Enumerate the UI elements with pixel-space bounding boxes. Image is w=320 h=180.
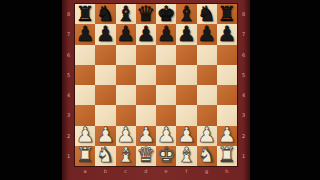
square-d4[interactable] [136, 85, 156, 105]
square-e3[interactable] [156, 105, 176, 125]
file-label-c: c [116, 166, 136, 180]
rank-labels-right: 87654321 [237, 4, 250, 166]
piece-white-bishop[interactable]: ♝ [116, 146, 135, 166]
square-f7[interactable]: ♟ [176, 24, 196, 44]
rank-label-6: 6 [237, 45, 250, 65]
square-f4[interactable] [176, 85, 196, 105]
square-b2[interactable]: ♟ [95, 126, 115, 146]
board-grid: ♜♞♝♛♚♝♞♜♟♟♟♟♟♟♟♟♟♟♟♟♟♟♟♟♜♞♝♛♚♝♞♜ [75, 4, 237, 166]
square-h2[interactable]: ♟ [217, 126, 237, 146]
piece-white-knight[interactable]: ♞ [197, 146, 216, 166]
rank-label-7: 7 [62, 24, 75, 44]
rank-label-7: 7 [237, 24, 250, 44]
square-h5[interactable] [217, 65, 237, 85]
piece-black-pawn[interactable]: ♟ [177, 24, 196, 44]
square-c2[interactable]: ♟ [116, 126, 136, 146]
piece-white-pawn[interactable]: ♟ [136, 126, 155, 146]
piece-black-queen[interactable]: ♛ [136, 4, 155, 24]
square-b4[interactable] [95, 85, 115, 105]
file-labels-bottom: abcdefgh [75, 166, 237, 180]
square-c5[interactable] [116, 65, 136, 85]
file-label-b: b [95, 166, 115, 180]
square-d5[interactable] [136, 65, 156, 85]
rank-label-8: 8 [237, 4, 250, 24]
rank-label-8: 8 [62, 4, 75, 24]
piece-black-pawn[interactable]: ♟ [217, 24, 236, 44]
piece-black-bishop[interactable]: ♝ [177, 4, 196, 24]
piece-white-king[interactable]: ♚ [157, 146, 176, 166]
square-d1[interactable]: ♛ [136, 146, 156, 166]
square-g4[interactable] [197, 85, 217, 105]
rank-label-6: 6 [62, 45, 75, 65]
piece-black-pawn[interactable]: ♟ [157, 24, 176, 44]
square-c1[interactable]: ♝ [116, 146, 136, 166]
piece-black-pawn[interactable]: ♟ [197, 24, 216, 44]
piece-black-knight[interactable]: ♞ [96, 4, 115, 24]
file-label-e: e [156, 166, 176, 180]
square-g8[interactable]: ♞ [197, 4, 217, 24]
square-a4[interactable] [75, 85, 95, 105]
rank-label-3: 3 [62, 105, 75, 125]
piece-black-pawn[interactable]: ♟ [116, 24, 135, 44]
square-e8[interactable]: ♚ [156, 4, 176, 24]
piece-black-knight[interactable]: ♞ [197, 4, 216, 24]
square-g3[interactable] [197, 105, 217, 125]
square-c7[interactable]: ♟ [116, 24, 136, 44]
square-d8[interactable]: ♛ [136, 4, 156, 24]
piece-white-pawn[interactable]: ♟ [177, 126, 196, 146]
piece-black-bishop[interactable]: ♝ [116, 4, 135, 24]
piece-black-pawn[interactable]: ♟ [96, 24, 115, 44]
square-h1[interactable]: ♜ [217, 146, 237, 166]
chess-board: 87654321 87654321 ♜♞♝♛♚♝♞♜♟♟♟♟♟♟♟♟♟♟♟♟♟♟… [62, 0, 250, 180]
square-g2[interactable]: ♟ [197, 126, 217, 146]
square-h3[interactable] [217, 105, 237, 125]
square-a5[interactable] [75, 65, 95, 85]
square-d6[interactable] [136, 45, 156, 65]
square-d2[interactable]: ♟ [136, 126, 156, 146]
file-label-g: g [197, 166, 217, 180]
square-b8[interactable]: ♞ [95, 4, 115, 24]
piece-white-queen[interactable]: ♛ [136, 146, 155, 166]
rank-label-4: 4 [62, 85, 75, 105]
piece-black-rook[interactable]: ♜ [76, 4, 95, 24]
piece-white-pawn[interactable]: ♟ [157, 126, 176, 146]
square-e5[interactable] [156, 65, 176, 85]
rank-label-1: 1 [62, 146, 75, 166]
piece-white-bishop[interactable]: ♝ [177, 146, 196, 166]
square-e4[interactable] [156, 85, 176, 105]
piece-black-pawn[interactable]: ♟ [76, 24, 95, 44]
square-h6[interactable] [217, 45, 237, 65]
square-b5[interactable] [95, 65, 115, 85]
square-g1[interactable]: ♞ [197, 146, 217, 166]
piece-white-rook[interactable]: ♜ [76, 146, 95, 166]
square-e6[interactable] [156, 45, 176, 65]
square-b7[interactable]: ♟ [95, 24, 115, 44]
square-b6[interactable] [95, 45, 115, 65]
piece-black-pawn[interactable]: ♟ [136, 24, 155, 44]
square-f2[interactable]: ♟ [176, 126, 196, 146]
rank-label-4: 4 [237, 85, 250, 105]
square-f5[interactable] [176, 65, 196, 85]
square-a1[interactable]: ♜ [75, 146, 95, 166]
square-g6[interactable] [197, 45, 217, 65]
square-a6[interactable] [75, 45, 95, 65]
piece-white-pawn[interactable]: ♟ [116, 126, 135, 146]
rank-label-5: 5 [237, 65, 250, 85]
file-label-f: f [176, 166, 196, 180]
square-f6[interactable] [176, 45, 196, 65]
square-h4[interactable] [217, 85, 237, 105]
rank-label-1: 1 [237, 146, 250, 166]
square-f3[interactable] [176, 105, 196, 125]
square-e2[interactable]: ♟ [156, 126, 176, 146]
square-d7[interactable]: ♟ [136, 24, 156, 44]
square-a8[interactable]: ♜ [75, 4, 95, 24]
rank-label-3: 3 [237, 105, 250, 125]
file-label-d: d [136, 166, 156, 180]
square-h7[interactable]: ♟ [217, 24, 237, 44]
piece-white-rook[interactable]: ♜ [217, 146, 236, 166]
square-a2[interactable]: ♟ [75, 126, 95, 146]
square-e7[interactable]: ♟ [156, 24, 176, 44]
rank-labels-left: 87654321 [62, 4, 75, 166]
rank-label-5: 5 [62, 65, 75, 85]
square-g7[interactable]: ♟ [197, 24, 217, 44]
square-a3[interactable] [75, 105, 95, 125]
square-b3[interactable] [95, 105, 115, 125]
square-c8[interactable]: ♝ [116, 4, 136, 24]
piece-white-pawn[interactable]: ♟ [76, 126, 95, 146]
rank-label-2: 2 [237, 126, 250, 146]
square-g5[interactable] [197, 65, 217, 85]
square-c3[interactable] [116, 105, 136, 125]
piece-white-knight[interactable]: ♞ [96, 146, 115, 166]
piece-white-pawn[interactable]: ♟ [197, 126, 216, 146]
square-e1[interactable]: ♚ [156, 146, 176, 166]
piece-white-pawn[interactable]: ♟ [96, 126, 115, 146]
square-h8[interactable]: ♜ [217, 4, 237, 24]
square-b1[interactable]: ♞ [95, 146, 115, 166]
square-a7[interactable]: ♟ [75, 24, 95, 44]
piece-black-king[interactable]: ♚ [157, 4, 176, 24]
file-label-h: h [217, 166, 237, 180]
square-f1[interactable]: ♝ [176, 146, 196, 166]
piece-black-rook[interactable]: ♜ [217, 4, 236, 24]
file-label-a: a [75, 166, 95, 180]
square-d3[interactable] [136, 105, 156, 125]
letterboxed-video-frame: 87654321 87654321 ♜♞♝♛♚♝♞♜♟♟♟♟♟♟♟♟♟♟♟♟♟♟… [0, 0, 320, 180]
square-c6[interactable] [116, 45, 136, 65]
square-f8[interactable]: ♝ [176, 4, 196, 24]
piece-white-pawn[interactable]: ♟ [217, 126, 236, 146]
square-c4[interactable] [116, 85, 136, 105]
rank-label-2: 2 [62, 126, 75, 146]
